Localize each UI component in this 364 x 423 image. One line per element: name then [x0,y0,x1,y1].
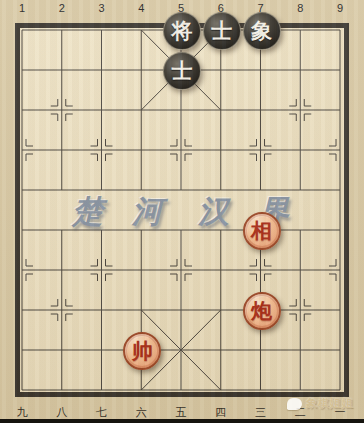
piece-red-general[interactable]: 帅 [123,332,161,370]
file-label-top-8: 8 [290,2,310,14]
chat-bubble-icon [287,398,302,410]
file-label-top-1: 1 [12,2,32,14]
file-label-top-3: 3 [92,2,112,14]
piece-black-advisor[interactable]: 士 [163,52,201,90]
piece-black-elephant[interactable]: 象 [243,12,281,50]
file-label-bottom-3: 七 [92,405,112,420]
piece-black-general[interactable]: 将 [163,12,201,50]
xiangqi-board-screenshot: 123456789 九八七六五四三二一 楚 河 汉 界 将士象士相炮帅 象棋姐姐 [0,0,364,423]
file-label-bottom-6: 四 [211,405,231,420]
file-label-top-2: 2 [52,2,72,14]
piece-red-cannon[interactable]: 炮 [243,292,281,330]
file-label-top-9: 9 [330,2,350,14]
file-label-top-4: 4 [131,2,151,14]
file-label-bottom-7: 三 [251,405,271,420]
bottom-bar [0,419,364,423]
watermark-text: 象棋姐姐 [306,396,354,411]
river-text-left: 楚 河 [72,191,172,229]
file-label-bottom-1: 九 [12,405,32,420]
piece-black-advisor[interactable]: 士 [203,12,241,50]
watermark: 象棋姐姐 [287,396,354,411]
file-label-bottom-4: 六 [131,405,151,420]
file-label-bottom-5: 五 [171,405,191,420]
piece-red-elephant[interactable]: 相 [243,212,281,250]
file-label-bottom-2: 八 [52,405,72,420]
